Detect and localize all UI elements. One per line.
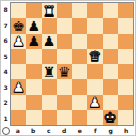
square-g7[interactable]	[103, 18, 118, 33]
square-a8[interactable]	[11, 3, 26, 18]
white-pawn: ♟	[12, 80, 25, 94]
square-g3[interactable]	[103, 79, 118, 94]
rank-label-3: 3	[1, 80, 10, 96]
file-label-e: e	[72, 126, 88, 135]
square-g6[interactable]	[103, 34, 118, 49]
square-e7[interactable]	[72, 18, 87, 33]
square-h8[interactable]	[118, 3, 133, 18]
file-label-a: a	[10, 126, 26, 135]
file-label-f: f	[88, 126, 104, 135]
square-a3[interactable]: ♟	[11, 79, 26, 94]
square-f5[interactable]: ♛	[87, 49, 102, 64]
square-e2[interactable]	[72, 95, 87, 110]
white-to-move-indicator	[2, 127, 10, 135]
rank-label-1: 1	[1, 111, 10, 127]
white-pawn: ♟	[12, 34, 25, 48]
square-c4[interactable]: ♜	[42, 64, 57, 79]
white-queen: ♛	[89, 49, 102, 63]
square-b8[interactable]	[26, 3, 41, 18]
square-f1[interactable]	[87, 110, 102, 125]
square-g1[interactable]: ♚	[103, 110, 118, 125]
file-label-g: g	[103, 126, 119, 135]
square-h5[interactable]	[118, 49, 133, 64]
square-h7[interactable]	[118, 18, 133, 33]
file-label-d: d	[57, 126, 73, 135]
white-rook: ♜	[43, 4, 56, 18]
black-king: ♚	[12, 19, 25, 33]
square-d4[interactable]: ♛	[57, 64, 72, 79]
square-e6[interactable]	[72, 34, 87, 49]
square-f2[interactable]: ♟	[87, 95, 102, 110]
rank-label-7: 7	[1, 18, 10, 34]
file-label-b: b	[26, 126, 42, 135]
square-e3[interactable]	[72, 79, 87, 94]
square-g5[interactable]	[103, 49, 118, 64]
square-a4[interactable]	[11, 64, 26, 79]
square-a2[interactable]	[11, 95, 26, 110]
square-c3[interactable]	[42, 79, 57, 94]
square-c6[interactable]: ♟	[42, 34, 57, 49]
square-h3[interactable]	[118, 79, 133, 94]
chess-board[interactable]: ♜♚♟♟♟♟♛♜♛♟♟♚	[10, 2, 134, 126]
rank-labels: 87654321	[1, 2, 10, 126]
square-e4[interactable]	[72, 64, 87, 79]
square-c1[interactable]	[42, 110, 57, 125]
rank-label-5: 5	[1, 49, 10, 65]
square-d5[interactable]	[57, 49, 72, 64]
white-king: ♚	[104, 110, 117, 124]
file-label-c: c	[41, 126, 57, 135]
square-g8[interactable]	[103, 3, 118, 18]
black-pawn: ♟	[28, 19, 41, 33]
rank-label-4: 4	[1, 64, 10, 80]
square-e8[interactable]	[72, 3, 87, 18]
white-pawn: ♟	[89, 95, 102, 109]
square-a1[interactable]	[11, 110, 26, 125]
square-d6[interactable]	[57, 34, 72, 49]
square-d3[interactable]	[57, 79, 72, 94]
rank-label-6: 6	[1, 33, 10, 49]
square-f7[interactable]	[87, 18, 102, 33]
square-a7[interactable]: ♚	[11, 18, 26, 33]
square-c5[interactable]	[42, 49, 57, 64]
square-b5[interactable]	[26, 49, 41, 64]
rank-label-8: 8	[1, 2, 10, 18]
file-labels: abcdefgh	[10, 126, 134, 135]
square-e5[interactable]	[72, 49, 87, 64]
square-c2[interactable]	[42, 95, 57, 110]
black-queen: ♛	[58, 65, 71, 79]
black-rook: ♜	[43, 65, 56, 79]
square-a5[interactable]	[11, 49, 26, 64]
file-label-h: h	[119, 126, 135, 135]
black-pawn: ♟	[28, 34, 41, 48]
chess-diagram: 87654321 ♜♚♟♟♟♟♛♜♛♟♟♚ abcdefgh	[0, 0, 136, 136]
square-d1[interactable]	[57, 110, 72, 125]
square-f8[interactable]	[87, 3, 102, 18]
square-h1[interactable]	[118, 110, 133, 125]
square-g2[interactable]	[103, 95, 118, 110]
square-b3[interactable]	[26, 79, 41, 94]
square-e1[interactable]	[72, 110, 87, 125]
square-g4[interactable]	[103, 64, 118, 79]
square-d7[interactable]	[57, 18, 72, 33]
square-h4[interactable]	[118, 64, 133, 79]
square-f3[interactable]	[87, 79, 102, 94]
square-b1[interactable]	[26, 110, 41, 125]
square-c8[interactable]: ♜	[42, 3, 57, 18]
square-d8[interactable]	[57, 3, 72, 18]
square-h6[interactable]	[118, 34, 133, 49]
square-f4[interactable]	[87, 64, 102, 79]
square-c7[interactable]	[42, 18, 57, 33]
square-b6[interactable]: ♟	[26, 34, 41, 49]
square-b7[interactable]: ♟	[26, 18, 41, 33]
rank-label-2: 2	[1, 95, 10, 111]
square-b2[interactable]	[26, 95, 41, 110]
black-pawn: ♟	[43, 34, 56, 48]
square-f6[interactable]	[87, 34, 102, 49]
square-b4[interactable]	[26, 64, 41, 79]
square-d2[interactable]	[57, 95, 72, 110]
square-a6[interactable]: ♟	[11, 34, 26, 49]
square-h2[interactable]	[118, 95, 133, 110]
